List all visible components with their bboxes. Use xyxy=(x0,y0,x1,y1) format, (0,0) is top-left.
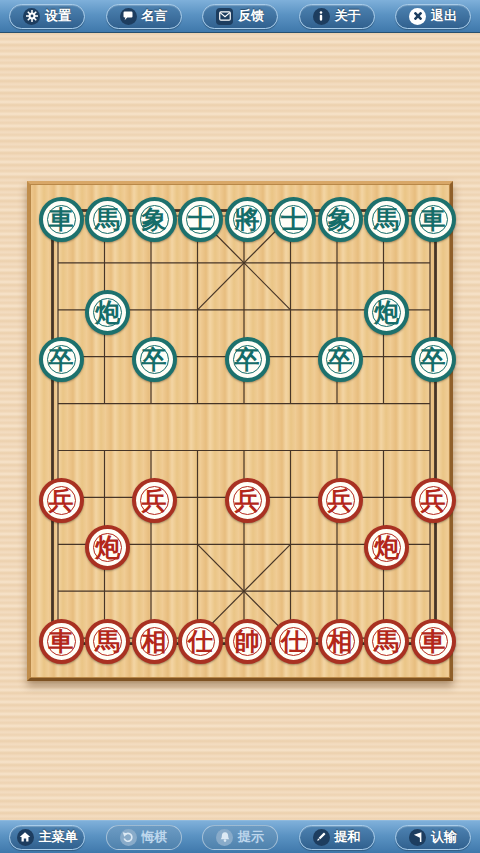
speech-bubble-icon xyxy=(120,8,137,25)
piece-black-車[interactable]: 車 xyxy=(39,197,84,242)
exit-icon xyxy=(409,8,426,25)
piece-red-炮[interactable]: 炮 xyxy=(85,525,130,570)
piece-red-相[interactable]: 相 xyxy=(318,619,363,664)
piece-black-卒[interactable]: 卒 xyxy=(39,337,84,382)
envelope-icon xyxy=(216,8,233,25)
resign-button-label: 认输 xyxy=(431,828,457,846)
piece-black-馬[interactable]: 馬 xyxy=(85,197,130,242)
piece-red-仕[interactable]: 仕 xyxy=(271,619,316,664)
undo-move-button-label: 悔棋 xyxy=(142,828,168,846)
piece-red-仕[interactable]: 仕 xyxy=(178,619,223,664)
piece-black-炮[interactable]: 炮 xyxy=(364,290,409,335)
pencil-icon xyxy=(313,829,330,846)
piece-red-車[interactable]: 車 xyxy=(411,619,456,664)
feedback-button[interactable]: 反馈 xyxy=(202,4,278,29)
piece-red-兵[interactable]: 兵 xyxy=(411,478,456,523)
piece-black-卒[interactable]: 卒 xyxy=(318,337,363,382)
board-grid-lines xyxy=(30,184,450,678)
top-toolbar: 设置 名言 反馈 关于 xyxy=(0,0,480,33)
piece-black-象[interactable]: 象 xyxy=(318,197,363,242)
piece-black-馬[interactable]: 馬 xyxy=(364,197,409,242)
piece-black-象[interactable]: 象 xyxy=(132,197,177,242)
home-icon xyxy=(17,829,34,846)
piece-black-炮[interactable]: 炮 xyxy=(85,290,130,335)
piece-red-兵[interactable]: 兵 xyxy=(225,478,270,523)
bottom-toolbar: 主菜单 悔棋 提示 提和 xyxy=(0,820,480,853)
hint-button-label: 提示 xyxy=(238,828,264,846)
piece-red-兵[interactable]: 兵 xyxy=(39,478,84,523)
piece-black-卒[interactable]: 卒 xyxy=(225,337,270,382)
flag-icon xyxy=(409,829,426,846)
exit-button[interactable]: 退出 xyxy=(395,4,471,29)
quotes-button-label: 名言 xyxy=(142,7,168,25)
piece-red-馬[interactable]: 馬 xyxy=(364,619,409,664)
piece-red-帥[interactable]: 帥 xyxy=(225,619,270,664)
piece-black-士[interactable]: 士 xyxy=(271,197,316,242)
piece-black-將[interactable]: 將 xyxy=(225,197,270,242)
settings-button[interactable]: 设置 xyxy=(9,4,85,29)
main-menu-button[interactable]: 主菜单 xyxy=(9,825,85,850)
piece-black-車[interactable]: 車 xyxy=(411,197,456,242)
about-button-label: 关于 xyxy=(335,7,361,25)
gear-icon xyxy=(23,8,40,25)
info-icon xyxy=(313,8,330,25)
piece-red-馬[interactable]: 馬 xyxy=(85,619,130,664)
bell-icon xyxy=(216,829,233,846)
feedback-button-label: 反馈 xyxy=(238,7,264,25)
piece-red-炮[interactable]: 炮 xyxy=(364,525,409,570)
undo-move-button[interactable]: 悔棋 xyxy=(106,825,182,850)
settings-button-label: 设置 xyxy=(45,7,71,25)
offer-draw-button-label: 提和 xyxy=(335,828,361,846)
quotes-button[interactable]: 名言 xyxy=(106,4,182,29)
piece-red-兵[interactable]: 兵 xyxy=(132,478,177,523)
about-button[interactable]: 关于 xyxy=(299,4,375,29)
hint-button[interactable]: 提示 xyxy=(202,825,278,850)
piece-red-兵[interactable]: 兵 xyxy=(318,478,363,523)
piece-red-相[interactable]: 相 xyxy=(132,619,177,664)
undo-icon xyxy=(120,829,137,846)
piece-black-卒[interactable]: 卒 xyxy=(411,337,456,382)
xiangqi-board[interactable]: 車馬象士將士象馬車炮炮卒卒卒卒卒兵兵兵兵兵炮炮車馬相仕帥仕相馬車 xyxy=(27,181,453,681)
piece-black-卒[interactable]: 卒 xyxy=(132,337,177,382)
offer-draw-button[interactable]: 提和 xyxy=(299,825,375,850)
exit-button-label: 退出 xyxy=(431,7,457,25)
resign-button[interactable]: 认输 xyxy=(395,825,471,850)
piece-black-士[interactable]: 士 xyxy=(178,197,223,242)
piece-red-車[interactable]: 車 xyxy=(39,619,84,664)
main-menu-button-label: 主菜单 xyxy=(39,828,78,846)
